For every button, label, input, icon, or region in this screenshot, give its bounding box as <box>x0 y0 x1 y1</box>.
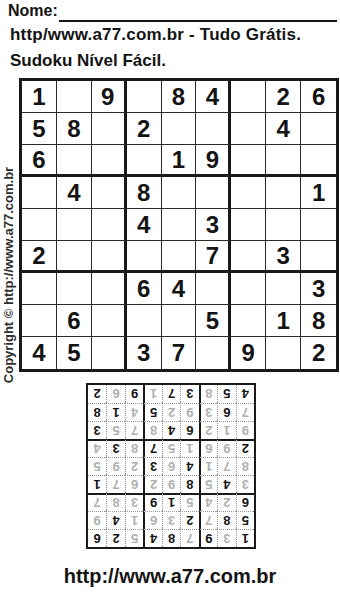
puzzle-cell: 4 <box>162 273 197 305</box>
solution-cell: 1 <box>236 529 254 547</box>
sudoku-solution-grid-rotated: 1397845265872361496245193873458926718714… <box>86 383 256 549</box>
puzzle-cell <box>162 305 197 337</box>
puzzle-cell <box>301 113 336 145</box>
puzzle-cell <box>231 273 266 305</box>
puzzle-cell <box>266 209 301 241</box>
solution-cell: 8 <box>236 457 254 475</box>
puzzle-cell <box>231 145 266 177</box>
puzzle-cell <box>266 273 301 305</box>
puzzle-cell <box>196 177 231 209</box>
solution-cell: 4 <box>236 385 254 403</box>
solution-cell: 9 <box>143 493 161 511</box>
puzzle-cell: 6 <box>301 81 336 113</box>
puzzle-cell <box>57 209 92 241</box>
solution-cell: 8 <box>106 493 124 511</box>
puzzle-cell: 8 <box>127 177 162 209</box>
puzzle-cell <box>22 273 57 305</box>
solution-cell: 2 <box>217 493 235 511</box>
puzzle-cell: 3 <box>301 273 336 305</box>
puzzle-cell <box>162 209 197 241</box>
solution-cell: 1 <box>217 421 235 439</box>
puzzle-cell <box>162 241 197 273</box>
puzzle-cell <box>196 273 231 305</box>
puzzle-cell <box>301 209 336 241</box>
solution-cell: 1 <box>106 403 124 421</box>
puzzle-cell: 3 <box>196 209 231 241</box>
puzzle-cell <box>301 145 336 177</box>
puzzle-cell: 9 <box>231 337 266 369</box>
puzzle-cell: 1 <box>162 145 197 177</box>
puzzle-cell: 4 <box>196 81 231 113</box>
puzzle-cell: 1 <box>22 81 57 113</box>
puzzle-cell <box>22 177 57 209</box>
solution-cell: 3 <box>162 511 180 529</box>
footer-url: http://www.a77.com.br <box>0 565 340 588</box>
solution-cell: 6 <box>125 475 143 493</box>
puzzle-cell: 4 <box>127 209 162 241</box>
solution-cell: 8 <box>88 403 106 421</box>
puzzle-cell <box>231 177 266 209</box>
puzzle-cell <box>22 305 57 337</box>
solution-cell: 7 <box>143 439 161 457</box>
puzzle-cell: 5 <box>22 113 57 145</box>
solution-cell: 4 <box>143 529 161 547</box>
puzzle-cell <box>231 241 266 273</box>
puzzle-cell <box>57 241 92 273</box>
solution-cell: 7 <box>106 475 124 493</box>
puzzle-cell: 9 <box>92 81 127 113</box>
sudoku-puzzle-grid: 1984265824619481432736436518453792 <box>19 78 339 372</box>
puzzle-cell <box>266 145 301 177</box>
puzzle-cell: 4 <box>57 177 92 209</box>
puzzle-cell: 5 <box>57 337 92 369</box>
puzzle-cell <box>231 113 266 145</box>
solution-cell: 4 <box>88 439 106 457</box>
solution-cell: 8 <box>125 439 143 457</box>
puzzle-cell <box>231 305 266 337</box>
sudoku-worksheet-page: Nome: http/www.a77.com.br - Tudo Grátis.… <box>0 0 340 596</box>
solution-cell: 5 <box>162 439 180 457</box>
solution-cell: 5 <box>217 385 235 403</box>
solution-cell: 9 <box>106 457 124 475</box>
puzzle-cell: 9 <box>196 145 231 177</box>
solution-cell: 7 <box>125 421 143 439</box>
solution-cell: 5 <box>125 529 143 547</box>
puzzle-cell <box>57 273 92 305</box>
solution-cell: 9 <box>180 403 198 421</box>
solution-cell: 7 <box>180 529 198 547</box>
solution-cell: 2 <box>88 385 106 403</box>
solution-cell: 3 <box>125 493 143 511</box>
puzzle-cell: 2 <box>127 113 162 145</box>
puzzle-cell <box>92 273 127 305</box>
puzzle-cell <box>92 337 127 369</box>
puzzle-cell <box>57 145 92 177</box>
solution-cell: 6 <box>88 529 106 547</box>
puzzle-cell <box>92 241 127 273</box>
solution-cell: 2 <box>106 529 124 547</box>
solution-cell: 6 <box>217 403 235 421</box>
puzzle-cell: 8 <box>301 305 336 337</box>
puzzle-cell <box>92 145 127 177</box>
solution-cell: 9 <box>217 439 235 457</box>
puzzle-cell: 3 <box>266 241 301 273</box>
puzzle-cell: 1 <box>266 305 301 337</box>
solution-cell: 6 <box>143 511 161 529</box>
puzzle-cell <box>231 209 266 241</box>
solution-cell: 4 <box>162 421 180 439</box>
puzzle-cell: 4 <box>22 337 57 369</box>
puzzle-cell: 5 <box>196 305 231 337</box>
puzzle-cell: 7 <box>162 337 197 369</box>
solution-cell: 3 <box>88 421 106 439</box>
puzzle-cell: 6 <box>127 273 162 305</box>
puzzle-cell <box>92 305 127 337</box>
puzzle-cell <box>92 177 127 209</box>
solution-cell: 8 <box>143 421 161 439</box>
puzzle-cell: 4 <box>266 113 301 145</box>
solution-cell: 4 <box>106 511 124 529</box>
puzzle-cell: 6 <box>22 145 57 177</box>
puzzle-cell <box>266 177 301 209</box>
puzzle-cell <box>127 305 162 337</box>
solution-cell: 3 <box>143 457 161 475</box>
solution-cell: 6 <box>162 457 180 475</box>
solution-cell: 4 <box>217 475 235 493</box>
puzzle-cell: 2 <box>22 241 57 273</box>
solution-cell: 4 <box>199 493 217 511</box>
puzzle-cell <box>22 209 57 241</box>
solution-cell: 1 <box>143 385 161 403</box>
solution-cell: 2 <box>162 403 180 421</box>
solution-cell: 8 <box>180 475 198 493</box>
solution-cell: 2 <box>143 475 161 493</box>
solution-cell: 5 <box>106 421 124 439</box>
name-fill-line <box>59 4 337 22</box>
solution-cell: 5 <box>88 457 106 475</box>
solution-cell: 8 <box>217 511 235 529</box>
puzzle-cell <box>92 113 127 145</box>
solution-cell: 9 <box>162 475 180 493</box>
solution-cell: 6 <box>106 385 124 403</box>
solution-cell: 1 <box>162 493 180 511</box>
solution-cell: 7 <box>88 493 106 511</box>
puzzle-cell: 3 <box>127 337 162 369</box>
puzzle-cell <box>301 241 336 273</box>
puzzle-cell <box>266 337 301 369</box>
solution-cell: 9 <box>88 511 106 529</box>
puzzle-level-title: Sudoku Nível Fácil. <box>10 51 166 71</box>
puzzle-cell <box>196 113 231 145</box>
puzzle-cell <box>196 337 231 369</box>
puzzle-cell <box>162 177 197 209</box>
solution-cell: 1 <box>88 475 106 493</box>
name-label: Nome: <box>8 2 58 20</box>
puzzle-cell: 6 <box>57 305 92 337</box>
solution-cell: 1 <box>125 511 143 529</box>
puzzle-cell <box>57 81 92 113</box>
puzzle-cell <box>127 81 162 113</box>
solution-cell: 7 <box>217 457 235 475</box>
solution-cell: 8 <box>162 529 180 547</box>
solution-cell: 3 <box>236 475 254 493</box>
solution-cell: 6 <box>180 421 198 439</box>
solution-cell: 7 <box>236 403 254 421</box>
puzzle-cell <box>127 241 162 273</box>
solution-cell: 5 <box>180 493 198 511</box>
solution-cell: 2 <box>125 457 143 475</box>
site-header-text: http/www.a77.com.br - Tudo Grátis. <box>10 25 340 45</box>
solution-cell: 2 <box>199 421 217 439</box>
solution-cell: 7 <box>199 511 217 529</box>
puzzle-cell: 8 <box>57 113 92 145</box>
solution-cell: 6 <box>236 493 254 511</box>
solution-cell: 9 <box>125 385 143 403</box>
copyright-vertical-text: Copyright © http://www.a77.com.br <box>1 82 17 468</box>
solution-cell: 6 <box>199 439 217 457</box>
puzzle-cell <box>231 81 266 113</box>
solution-cell: 5 <box>199 475 217 493</box>
solution-cell: 3 <box>199 403 217 421</box>
solution-cell: 3 <box>180 385 198 403</box>
solution-cell: 2 <box>236 439 254 457</box>
solution-cell: 8 <box>199 385 217 403</box>
solution-cell: 1 <box>180 439 198 457</box>
solution-cell: 9 <box>199 529 217 547</box>
puzzle-cell: 2 <box>266 81 301 113</box>
solution-cell: 4 <box>125 403 143 421</box>
puzzle-cell: 7 <box>196 241 231 273</box>
solution-cell: 5 <box>143 403 161 421</box>
puzzle-cell <box>162 113 197 145</box>
puzzle-cell: 1 <box>301 177 336 209</box>
puzzle-cell <box>127 145 162 177</box>
solution-cell: 4 <box>180 457 198 475</box>
solution-cell: 1 <box>199 457 217 475</box>
solution-cell: 3 <box>217 529 235 547</box>
puzzle-cell <box>92 209 127 241</box>
puzzle-cell: 8 <box>162 81 197 113</box>
solution-cell: 5 <box>236 511 254 529</box>
solution-cell: 9 <box>236 421 254 439</box>
solution-cell: 7 <box>162 385 180 403</box>
puzzle-cell: 2 <box>301 337 336 369</box>
solution-cell: 3 <box>106 439 124 457</box>
solution-cell: 2 <box>180 511 198 529</box>
